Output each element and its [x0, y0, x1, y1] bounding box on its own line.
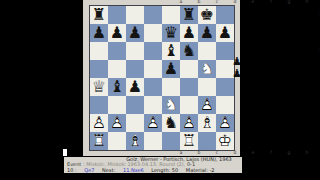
square-g8[interactable]: ♚ [198, 6, 216, 24]
file-label-e: e [244, 0, 262, 4]
square-h4[interactable] [216, 78, 234, 96]
file-label-f: f [262, 150, 280, 155]
black-pawn-piece-e5[interactable]: ♟ [162, 60, 180, 78]
square-g5[interactable]: ♞♘ [198, 60, 216, 78]
event-label: Event : [67, 162, 85, 167]
square-d1[interactable] [144, 132, 162, 150]
white-pawn-piece-d2[interactable]: ♟♙ [144, 114, 162, 132]
square-a1[interactable]: ♜♖ [90, 132, 108, 150]
status-line: 10 : Qe7 Next: 11.Nxe6 Length: 50 Materi… [64, 168, 242, 173]
white-pawn-piece-b2[interactable]: ♟♙ [108, 114, 126, 132]
file-label-g: g [280, 0, 298, 4]
square-b2[interactable]: ♟♙ [108, 114, 126, 132]
black-queen-piece-e7[interactable]: ♛ [162, 24, 180, 42]
black-bishop-piece-e6[interactable]: ♝ [162, 42, 180, 60]
white-bishop-piece-g2[interactable]: ♝♗ [198, 114, 216, 132]
square-c5[interactable] [126, 60, 144, 78]
square-g3[interactable]: ♟♙ [198, 96, 216, 114]
square-e1[interactable] [162, 132, 180, 150]
square-b7[interactable]: ♟ [108, 24, 126, 42]
white-pawn-piece-a2[interactable]: ♟♙ [90, 114, 108, 132]
square-d5[interactable] [144, 60, 162, 78]
square-f1[interactable]: ♜♖ [180, 132, 198, 150]
captured-material-tray: ♟♟ [232, 56, 241, 80]
black-bishop-piece-b4[interactable]: ♝ [108, 78, 126, 96]
square-a3[interactable] [90, 96, 108, 114]
event-result: 0-1 [187, 162, 195, 167]
square-d2[interactable]: ♟♙ [144, 114, 162, 132]
square-e3[interactable]: ♞♘ [162, 96, 180, 114]
square-b6[interactable] [108, 42, 126, 60]
square-b4[interactable]: ♝ [108, 78, 126, 96]
square-h2[interactable]: ♟♙ [216, 114, 234, 132]
square-f7[interactable]: ♟ [180, 24, 198, 42]
square-e7[interactable]: ♛ [162, 24, 180, 42]
black-knight-piece-e2[interactable]: ♞ [162, 114, 180, 132]
square-g1[interactable] [198, 132, 216, 150]
length-label: Length: 50 [151, 168, 178, 173]
white-knight-piece-g5[interactable]: ♞♘ [198, 60, 216, 78]
square-e4[interactable] [162, 78, 180, 96]
file-label-g: g [280, 150, 298, 155]
square-f5[interactable] [180, 60, 198, 78]
white-knight-piece-e3[interactable]: ♞♘ [162, 96, 180, 114]
square-e8[interactable] [162, 6, 180, 24]
square-f8[interactable]: ♜ [180, 6, 198, 24]
file-labels-top: abcdefgh [172, 0, 316, 4]
file-label-d: d [226, 0, 244, 4]
file-label-e: e [244, 150, 262, 155]
last-move: Qe7 [84, 168, 94, 173]
square-c4[interactable]: ♟ [126, 78, 144, 96]
file-label-h: h [298, 0, 316, 4]
black-pawn-piece-a7[interactable]: ♟ [90, 24, 108, 42]
square-h3[interactable] [216, 96, 234, 114]
move-number-label: 10 : [67, 168, 77, 173]
square-h8[interactable] [216, 6, 234, 24]
black-pawn-piece-c7[interactable]: ♟ [126, 24, 144, 42]
black-pawn-piece-h7[interactable]: ♟ [216, 24, 234, 42]
black-king-piece-g8[interactable]: ♚ [198, 6, 216, 24]
file-label-f: f [262, 0, 280, 4]
square-e2[interactable]: ♞ [162, 114, 180, 132]
white-king-piece-h1[interactable]: ♚♔ [216, 132, 234, 150]
square-e5[interactable]: ♟ [162, 60, 180, 78]
white-rook-piece-f1[interactable]: ♜♖ [180, 132, 198, 150]
white-pawn-piece-g3[interactable]: ♟♙ [198, 96, 216, 114]
square-e6[interactable]: ♝ [162, 42, 180, 60]
event-detail: Miskolc, Miskolc 1963.04.13, Round (2), [86, 162, 185, 167]
square-d4[interactable] [144, 78, 162, 96]
black-pawn-piece-b7[interactable]: ♟ [108, 24, 126, 42]
white-rook-piece-a1[interactable]: ♜♖ [90, 132, 108, 150]
square-a7[interactable]: ♟ [90, 24, 108, 42]
caption-bar: Golz, Werner - Portisch, Lajos (HUN), 19… [64, 157, 242, 173]
white-pawn-piece-f2[interactable]: ♟♙ [180, 114, 198, 132]
square-f3[interactable] [180, 96, 198, 114]
white-queen-piece-a4[interactable]: ♛♕ [90, 78, 108, 96]
square-b3[interactable] [108, 96, 126, 114]
square-a4[interactable]: ♛♕ [90, 78, 108, 96]
black-pawn-piece-f7[interactable]: ♟ [180, 24, 198, 42]
square-a6[interactable] [90, 42, 108, 60]
square-f4[interactable] [180, 78, 198, 96]
square-a8[interactable]: ♜ [90, 6, 108, 24]
file-label-c: c [208, 0, 226, 4]
edge-artifact [63, 149, 67, 156]
square-g4[interactable] [198, 78, 216, 96]
chess-board[interactable]: ♜♜♚♟♟♟♛♟♟♟♝♞♟♞♘♛♕♝♟♞♘♟♙♟♙♟♙♟♙♞♟♙♝♗♟♙♜♖♝♗… [89, 5, 235, 151]
next-move: 11.Nxe6 [123, 168, 144, 173]
square-b5[interactable] [108, 60, 126, 78]
square-c7[interactable]: ♟ [126, 24, 144, 42]
square-c1[interactable]: ♝♗ [126, 132, 144, 150]
square-d7[interactable] [144, 24, 162, 42]
white-pawn-piece-h2[interactable]: ♟♙ [216, 114, 234, 132]
square-c3[interactable] [126, 96, 144, 114]
white-bishop-piece-c1[interactable]: ♝♗ [126, 132, 144, 150]
black-rook-piece-a8[interactable]: ♜ [90, 6, 108, 24]
square-a2[interactable]: ♟♙ [90, 114, 108, 132]
next-label: Next: [102, 168, 115, 173]
black-pawn-piece-g7[interactable]: ♟ [198, 24, 216, 42]
square-c6[interactable] [126, 42, 144, 60]
black-rook-piece-f8[interactable]: ♜ [180, 6, 198, 24]
square-f6[interactable]: ♞ [180, 42, 198, 60]
square-d3[interactable] [144, 96, 162, 114]
black-pawn-icon: ♟ [232, 68, 241, 80]
square-g2[interactable]: ♝♗ [198, 114, 216, 132]
file-label-h: h [298, 150, 316, 155]
black-pawn-piece-c4[interactable]: ♟ [126, 78, 144, 96]
file-label-b: b [190, 0, 208, 4]
square-c8[interactable] [126, 6, 144, 24]
square-b8[interactable] [108, 6, 126, 24]
square-d6[interactable] [144, 42, 162, 60]
square-g7[interactable]: ♟ [198, 24, 216, 42]
file-label-a: a [172, 0, 190, 4]
black-knight-piece-f6[interactable]: ♞ [180, 42, 198, 60]
square-g6[interactable] [198, 42, 216, 60]
square-c2[interactable] [126, 114, 144, 132]
square-h7[interactable]: ♟ [216, 24, 234, 42]
video-frame: abcdefgh abcdefgh 87654321 87654321 ♜♜♚♟… [0, 0, 320, 180]
square-h1[interactable]: ♚♔ [216, 132, 234, 150]
square-d8[interactable] [144, 6, 162, 24]
material-label: Material: -2 [186, 168, 215, 173]
square-b1[interactable] [108, 132, 126, 150]
square-f2[interactable]: ♟♙ [180, 114, 198, 132]
square-a5[interactable] [90, 60, 108, 78]
